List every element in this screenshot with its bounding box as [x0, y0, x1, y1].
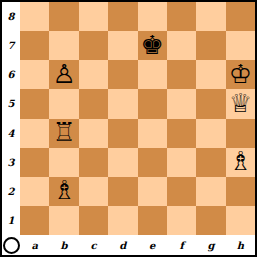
square-a5[interactable]	[20, 89, 49, 118]
square-d4[interactable]	[108, 119, 137, 148]
piece-white-bishop[interactable]: ♗	[52, 177, 75, 203]
square-e6[interactable]	[138, 60, 167, 89]
square-b3[interactable]	[49, 148, 78, 177]
square-h3[interactable]: ♗	[226, 148, 255, 177]
file-label-d: d	[108, 235, 137, 255]
piece-white-rook[interactable]: ♖	[52, 119, 75, 145]
square-d6[interactable]	[108, 60, 137, 89]
square-e1[interactable]	[138, 206, 167, 235]
piece-black-king[interactable]: ♚	[141, 32, 164, 58]
square-g1[interactable]	[196, 206, 225, 235]
square-a8[interactable]	[20, 2, 49, 31]
square-f5[interactable]	[167, 89, 196, 118]
square-h7[interactable]	[226, 31, 255, 60]
square-f7[interactable]	[167, 31, 196, 60]
white-to-move-circle-icon	[3, 237, 20, 254]
square-a7[interactable]	[20, 31, 49, 60]
square-b8[interactable]	[49, 2, 78, 31]
rank-label-1: 1	[2, 206, 20, 235]
square-e2[interactable]	[138, 177, 167, 206]
square-c2[interactable]	[79, 177, 108, 206]
square-h6[interactable]: ♔	[226, 60, 255, 89]
square-a2[interactable]	[20, 177, 49, 206]
file-label-b: b	[49, 235, 78, 255]
rank-label-2: 2	[2, 177, 20, 206]
file-label-f: f	[167, 235, 196, 255]
square-a6[interactable]	[20, 60, 49, 89]
square-g4[interactable]	[196, 119, 225, 148]
square-c3[interactable]	[79, 148, 108, 177]
square-g2[interactable]	[196, 177, 225, 206]
square-d7[interactable]	[108, 31, 137, 60]
square-a3[interactable]	[20, 148, 49, 177]
square-f8[interactable]	[167, 2, 196, 31]
square-c5[interactable]	[79, 89, 108, 118]
square-e7[interactable]: ♚	[138, 31, 167, 60]
square-a1[interactable]	[20, 206, 49, 235]
square-g6[interactable]	[196, 60, 225, 89]
file-label-e: e	[138, 235, 167, 255]
file-label-h: h	[226, 235, 255, 255]
square-c4[interactable]	[79, 119, 108, 148]
square-b2[interactable]: ♗	[49, 177, 78, 206]
square-c7[interactable]	[79, 31, 108, 60]
square-d8[interactable]	[108, 2, 137, 31]
square-f4[interactable]	[167, 119, 196, 148]
piece-white-queen[interactable]: ♕	[229, 90, 252, 116]
square-b7[interactable]	[49, 31, 78, 60]
rank-label-6: 6	[2, 60, 20, 89]
piece-white-king[interactable]: ♔	[229, 61, 252, 87]
rank-label-4: 4	[2, 119, 20, 148]
square-h1[interactable]	[226, 206, 255, 235]
square-c1[interactable]	[79, 206, 108, 235]
side-to-move-indicator	[2, 235, 20, 255]
square-f6[interactable]	[167, 60, 196, 89]
square-b6[interactable]: ♙	[49, 60, 78, 89]
square-g7[interactable]	[196, 31, 225, 60]
square-f3[interactable]	[167, 148, 196, 177]
square-c6[interactable]	[79, 60, 108, 89]
square-b4[interactable]: ♖	[49, 119, 78, 148]
chess-diagram: 87♚6♙♔5♕4♖3♗2♗1abcdefgh	[0, 0, 257, 257]
piece-white-pawn[interactable]: ♙	[52, 61, 75, 87]
square-b5[interactable]	[49, 89, 78, 118]
square-h4[interactable]	[226, 119, 255, 148]
square-d1[interactable]	[108, 206, 137, 235]
piece-white-bishop[interactable]: ♗	[229, 148, 252, 174]
rank-label-5: 5	[2, 89, 20, 118]
square-d2[interactable]	[108, 177, 137, 206]
rank-label-7: 7	[2, 31, 20, 60]
square-e5[interactable]	[138, 89, 167, 118]
square-g3[interactable]	[196, 148, 225, 177]
file-label-g: g	[196, 235, 225, 255]
square-e3[interactable]	[138, 148, 167, 177]
file-label-a: a	[20, 235, 49, 255]
square-h5[interactable]: ♕	[226, 89, 255, 118]
square-d3[interactable]	[108, 148, 137, 177]
square-h8[interactable]	[226, 2, 255, 31]
square-f2[interactable]	[167, 177, 196, 206]
rank-label-3: 3	[2, 148, 20, 177]
square-a4[interactable]	[20, 119, 49, 148]
square-g5[interactable]	[196, 89, 225, 118]
square-h2[interactable]	[226, 177, 255, 206]
square-e4[interactable]	[138, 119, 167, 148]
file-label-c: c	[79, 235, 108, 255]
square-c8[interactable]	[79, 2, 108, 31]
square-b1[interactable]	[49, 206, 78, 235]
square-f1[interactable]	[167, 206, 196, 235]
square-e8[interactable]	[138, 2, 167, 31]
square-g8[interactable]	[196, 2, 225, 31]
rank-label-8: 8	[2, 2, 20, 31]
square-d5[interactable]	[108, 89, 137, 118]
